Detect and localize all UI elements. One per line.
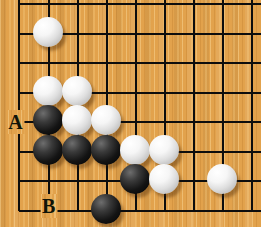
go-board: AB [0,0,261,227]
intersection-E6[interactable] [121,48,150,78]
grid-line-v [135,196,137,211]
intersection-D6[interactable] [92,48,121,78]
stone-white-F3 [149,135,179,165]
intersection-H4[interactable] [209,107,238,137]
intersection-H5[interactable] [209,78,238,108]
intersection-B2[interactable] [34,166,63,196]
stone-black-D1 [91,194,121,224]
intersection-J5[interactable] [238,78,261,108]
intersection-B6[interactable] [34,48,63,78]
grid-line-h [34,62,63,64]
grid-line-v [77,196,79,211]
grid-line-h [150,62,179,64]
intersection-D4[interactable] [92,107,121,137]
grid-line-h [209,121,238,123]
stone-white-C5 [62,76,92,106]
grid-line-h [150,92,179,94]
label-A[interactable]: A [7,110,24,134]
stone-white-C4 [62,105,92,135]
grid-line-h [63,3,92,5]
intersection-C6[interactable] [63,48,92,78]
intersection-A2[interactable] [5,166,34,196]
grid-line-h [209,3,238,5]
grid-line-h [209,33,238,35]
label-B[interactable]: B [40,194,57,218]
intersection-C4[interactable] [63,107,92,137]
intersection-F4[interactable] [150,107,179,137]
grid-line-h [150,33,179,35]
grid-line-h [34,3,63,5]
grid-line-h [238,3,261,5]
intersection-J1[interactable] [238,196,261,226]
grid-line-h [238,62,261,64]
grid-line-v [18,196,20,211]
intersection-G1[interactable] [180,196,209,226]
intersection-E5[interactable] [121,78,150,108]
grid-line-h [63,33,92,35]
grid-line-h [92,3,121,5]
grid-line-h [238,151,261,153]
intersection-J4[interactable] [238,107,261,137]
grid-line-h [19,62,34,64]
grid-line-v [222,196,224,211]
grid-line-h [19,210,34,212]
intersection-J6[interactable] [238,48,261,78]
stone-black-B3 [33,135,63,165]
intersection-J3[interactable] [238,137,261,167]
intersection-A7[interactable] [5,19,34,49]
intersection-G7[interactable] [180,19,209,49]
intersection-G8[interactable] [180,0,209,19]
intersection-B3[interactable] [34,137,63,167]
intersection-C5[interactable] [63,78,92,108]
intersection-A3[interactable] [5,137,34,167]
grid-line-h [92,180,121,182]
grid-line-h [180,3,209,5]
grid-line-v [251,196,253,211]
grid-line-h [180,62,209,64]
grid-line-h [238,210,261,212]
intersection-E1[interactable] [121,196,150,226]
intersection-G3[interactable] [180,137,209,167]
intersection-D7[interactable] [92,19,121,49]
intersection-C1[interactable] [63,196,92,226]
intersection-A6[interactable] [5,48,34,78]
intersection-E7[interactable] [121,19,150,49]
grid-line-h [92,92,121,94]
grid-line-h [63,210,92,212]
grid-line-h [150,121,179,123]
intersection-H1[interactable] [209,196,238,226]
stone-black-B4 [33,105,63,135]
intersection-C7[interactable] [63,19,92,49]
intersection-F8[interactable] [150,0,179,19]
intersection-F5[interactable] [150,78,179,108]
intersection-E4[interactable] [121,107,150,137]
grid-line-h [238,33,261,35]
intersection-H6[interactable] [209,48,238,78]
intersection-D5[interactable] [92,78,121,108]
grid-line-h [19,3,34,5]
intersection-E2[interactable] [121,166,150,196]
grid-line-h [180,151,209,153]
intersection-A5[interactable] [5,78,34,108]
intersection-H2[interactable] [209,166,238,196]
intersection-B4[interactable] [34,107,63,137]
grid-line-h [180,33,209,35]
intersection-F3[interactable] [150,137,179,167]
intersection-G6[interactable] [180,48,209,78]
intersection-H7[interactable] [209,19,238,49]
intersection-D1[interactable] [92,196,121,226]
grid-line-h [92,62,121,64]
intersection-F7[interactable] [150,19,179,49]
grid-line-h [180,180,209,182]
intersection-C8[interactable] [63,0,92,19]
grid-line-h [63,180,92,182]
grid-line-v [164,196,166,211]
grid-line-h [121,33,150,35]
intersection-G2[interactable] [180,166,209,196]
stone-white-B7 [33,17,63,47]
intersection-A1[interactable] [5,196,34,226]
grid-line-h [121,3,150,5]
intersection-D8[interactable] [92,0,121,19]
grid-line-h [150,3,179,5]
grid-line-h [180,210,209,212]
intersection-H8[interactable] [209,0,238,19]
grid-line-h [121,62,150,64]
stone-white-E3 [120,135,150,165]
intersection-J2[interactable] [238,166,261,196]
grid-line-h [180,92,209,94]
intersection-H3[interactable] [209,137,238,167]
grid-line-h [209,151,238,153]
intersection-D3[interactable] [92,137,121,167]
intersection-F6[interactable] [150,48,179,78]
grid-line-h [121,210,150,212]
grid-line-h [92,33,121,35]
intersection-A8[interactable] [5,0,34,19]
intersection-C2[interactable] [63,166,92,196]
intersection-E3[interactable] [121,137,150,167]
grid-line-h [180,121,209,123]
intersection-D2[interactable] [92,166,121,196]
grid-line-h [150,210,179,212]
stone-black-C3 [62,135,92,165]
intersection-B5[interactable] [34,78,63,108]
intersection-E8[interactable] [121,0,150,19]
board-grid [5,0,261,225]
grid-line-h [209,210,238,212]
intersection-J7[interactable] [238,19,261,49]
intersection-F2[interactable] [150,166,179,196]
grid-line-h [121,92,150,94]
intersection-G4[interactable] [180,107,209,137]
grid-line-h [34,180,63,182]
intersection-J8[interactable] [238,0,261,19]
intersection-F1[interactable] [150,196,179,226]
grid-line-h [238,180,261,182]
grid-line-h [238,92,261,94]
grid-line-h [121,121,150,123]
grid-line-h [63,62,92,64]
grid-line-h [19,180,34,182]
stone-white-B5 [33,76,63,106]
grid-line-h [238,121,261,123]
stone-black-E2 [120,164,150,194]
stone-white-D4 [91,105,121,135]
stone-black-D3 [91,135,121,165]
intersection-G5[interactable] [180,78,209,108]
intersection-C3[interactable] [63,137,92,167]
stone-white-F2 [149,164,179,194]
grid-line-v [193,196,195,211]
grid-line-h [209,92,238,94]
grid-line-h [209,62,238,64]
stone-white-H2 [207,164,237,194]
intersection-B7[interactable] [34,19,63,49]
